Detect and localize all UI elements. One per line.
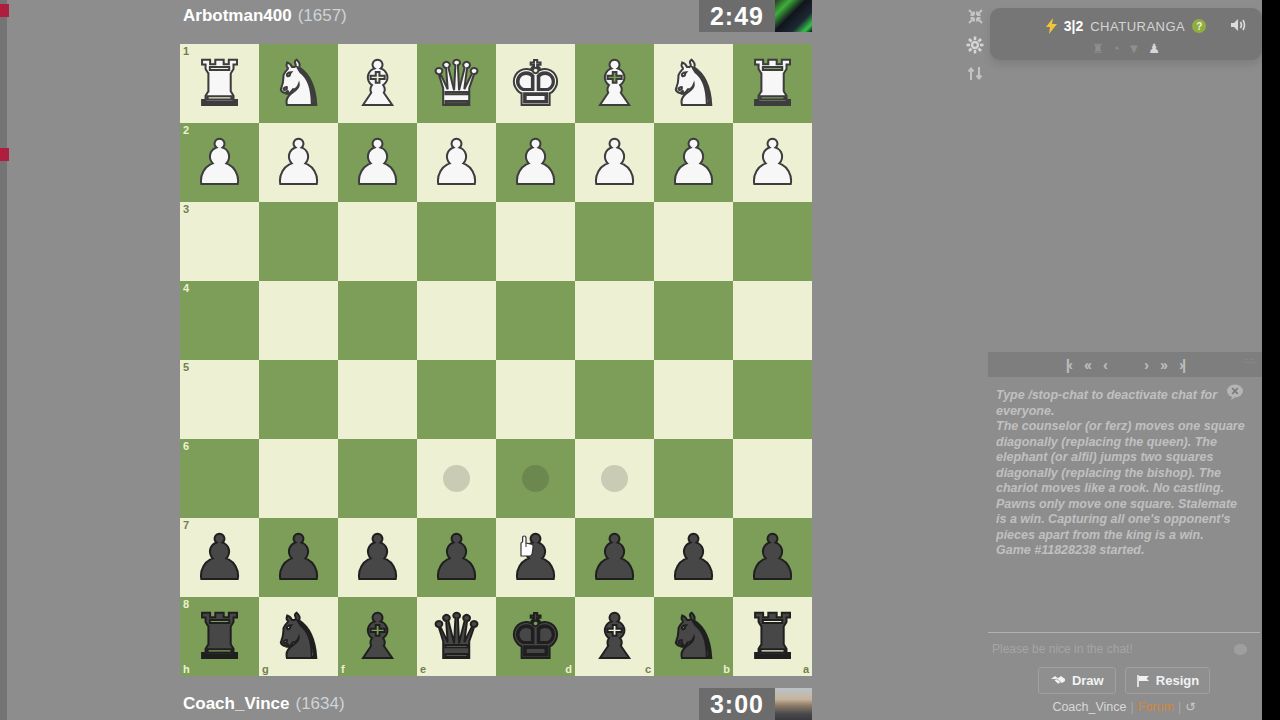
nav-next-button[interactable]: › <box>1142 356 1149 373</box>
square-e7[interactable]: ♟ <box>417 518 496 597</box>
nav-last-button[interactable]: ›| <box>1177 356 1186 373</box>
square-c2[interactable]: ♟ <box>575 123 654 202</box>
rank-label: 3 <box>183 203 189 215</box>
square-b1[interactable]: ♞ <box>654 44 733 123</box>
square-a2[interactable]: ♟ <box>733 123 812 202</box>
action-button-row: Draw Resign <box>988 667 1260 694</box>
square-a3[interactable] <box>733 202 812 281</box>
black-knight[interactable]: ♞ <box>259 597 338 676</box>
square-f5[interactable] <box>338 360 417 439</box>
black-elephant[interactable]: ♝ <box>338 597 417 676</box>
black-pawn[interactable]: ♟ <box>338 518 417 597</box>
square-h7[interactable]: 7♟ <box>180 518 259 597</box>
separator: | <box>1174 700 1185 714</box>
square-f3[interactable] <box>338 202 417 281</box>
square-f8[interactable]: f♝ <box>338 597 417 676</box>
clock-icon[interactable]: ◔ <box>1112 41 1120 56</box>
filter-icon[interactable]: ▼ <box>1127 41 1140 56</box>
square-a1[interactable]: ♜ <box>733 44 812 123</box>
white-elephant[interactable]: ♝ <box>338 44 417 123</box>
square-a4[interactable] <box>733 281 812 360</box>
move-hint-e6[interactable] <box>443 465 470 492</box>
left-edge-strip <box>0 0 7 720</box>
square-c1[interactable]: ♝ <box>575 44 654 123</box>
variant-name: CHATURANGA <box>1090 19 1185 34</box>
square-d1[interactable]: ♚ <box>496 44 575 123</box>
square-b3[interactable] <box>654 202 733 281</box>
white-pawn[interactable]: ♟ <box>575 123 654 202</box>
refresh-icon[interactable]: ↺ <box>1185 700 1195 714</box>
square-c7[interactable]: ♟ <box>575 518 654 597</box>
square-h4[interactable]: 4 <box>180 281 259 360</box>
draw-button-label: Draw <box>1072 673 1104 688</box>
square-e6[interactable] <box>417 439 496 518</box>
black-knight[interactable]: ♞ <box>654 597 733 676</box>
white-pawn[interactable]: ♟ <box>180 123 259 202</box>
forum-link[interactable]: Forum <box>1138 700 1174 714</box>
chat-divider <box>988 632 1260 633</box>
square-f1[interactable]: ♝ <box>338 44 417 123</box>
square-f4[interactable] <box>338 281 417 360</box>
nav-prev-10-button[interactable]: ‹‹ <box>1082 356 1092 373</box>
bottom-player-name: Coach_Vince <box>183 694 289 714</box>
square-d6[interactable] <box>496 439 575 518</box>
white-pawn[interactable]: ♟ <box>733 123 812 202</box>
square-e4[interactable] <box>417 281 496 360</box>
square-e1[interactable]: ♛ <box>417 44 496 123</box>
footer-player-link[interactable]: Coach_Vince <box>1052 700 1126 714</box>
square-g8[interactable]: g♞ <box>259 597 338 676</box>
side-icon-column <box>964 8 986 82</box>
square-b5[interactable] <box>654 360 733 439</box>
square-c4[interactable] <box>575 281 654 360</box>
footer-status: Coach_Vince|Forum|↺ <box>988 699 1260 714</box>
square-f6[interactable] <box>338 439 417 518</box>
square-b8[interactable]: b♞ <box>654 597 733 676</box>
white-chariot[interactable]: ♜ <box>180 44 259 123</box>
move-hint-d6[interactable] <box>522 465 549 492</box>
hand-cursor-icon <box>514 534 536 558</box>
bottom-player-rating: (1634) <box>295 694 344 714</box>
black-pawn[interactable]: ♟ <box>654 518 733 597</box>
resign-button[interactable]: Resign <box>1125 667 1210 694</box>
nav-prev-button[interactable]: ‹ <box>1101 356 1108 373</box>
chat-message: Type /stop-chat to deactivate chat for e… <box>996 388 1248 419</box>
white-pawn[interactable]: ♟ <box>417 123 496 202</box>
white-knight[interactable]: ♞ <box>259 44 338 123</box>
white-knight[interactable]: ♞ <box>654 44 733 123</box>
mini-icon-row: ♜◔▼♟ <box>990 41 1262 56</box>
black-pawn[interactable]: ♟ <box>180 518 259 597</box>
move-nav-bar: |‹‹‹‹››››|∴∴ <box>988 352 1262 377</box>
chat-message: Game #11828238 started. <box>996 543 1248 559</box>
black-counselor[interactable]: ♛ <box>417 597 496 676</box>
variant-header: 3|2 CHATURANGA ? ♜◔▼♟ <box>990 8 1262 60</box>
settings-gear-icon[interactable] <box>966 36 984 54</box>
bottom-player-bar: Coach_Vince (1634) 3:00 <box>180 688 812 720</box>
bottom-player-avatar <box>775 688 812 720</box>
square-g2[interactable]: ♟ <box>259 123 338 202</box>
top-player-clock: 2:49 <box>699 0 775 32</box>
square-h5[interactable]: 5 <box>180 360 259 439</box>
black-pawn[interactable]: ♟ <box>417 518 496 597</box>
black-elephant[interactable]: ♝ <box>575 597 654 676</box>
volume-icon[interactable] <box>1231 18 1248 32</box>
square-h2[interactable]: 2♟ <box>180 123 259 202</box>
square-d2[interactable]: ♟ <box>496 123 575 202</box>
drag-handle-icon[interactable]: ∴∴ <box>1244 359 1256 364</box>
white-elephant[interactable]: ♝ <box>575 44 654 123</box>
flag-icon <box>1136 674 1150 688</box>
square-h6[interactable]: 6 <box>180 439 259 518</box>
board-icon[interactable]: ♜ <box>1092 41 1104 56</box>
right-letterbox <box>1262 0 1280 720</box>
square-c8[interactable]: c♝ <box>575 597 654 676</box>
handshake-icon <box>1050 675 1066 687</box>
board[interactable]: 1♜♞♝♛♚♝♞♜2♟♟♟♟♟♟♟♟34567♟♟♟♟♟♟♟♟8h♜g♞f♝e♛… <box>180 44 812 676</box>
square-b4[interactable] <box>654 281 733 360</box>
square-b6[interactable] <box>654 439 733 518</box>
chat-message-list: Type /stop-chat to deactivate chat for e… <box>996 388 1248 632</box>
help-icon[interactable]: ? <box>1192 19 1206 33</box>
bottom-player-clock: 3:00 <box>699 688 775 720</box>
square-g1[interactable]: ♞ <box>259 44 338 123</box>
separator: | <box>1127 700 1138 714</box>
time-control: 3|2 <box>1064 18 1084 34</box>
white-pawn[interactable]: ♟ <box>338 123 417 202</box>
square-d5[interactable] <box>496 360 575 439</box>
left-edge-marker <box>0 4 9 17</box>
black-king[interactable]: ♚ <box>496 597 575 676</box>
black-pawn[interactable]: ♟ <box>575 518 654 597</box>
nav-next-10-button[interactable]: ›› <box>1158 356 1168 373</box>
nav-first-button[interactable]: |‹ <box>1064 356 1073 373</box>
black-pawn[interactable]: ♟ <box>259 518 338 597</box>
top-player-name: Arbotman400 <box>183 6 292 26</box>
left-edge-marker <box>0 148 9 161</box>
square-h8[interactable]: 8h♜ <box>180 597 259 676</box>
white-king[interactable]: ♚ <box>496 44 575 123</box>
top-player-bar: Arbotman400 (1657) 2:49 <box>180 0 812 32</box>
flip-board-icon[interactable] <box>967 65 983 82</box>
emoji-icon[interactable] <box>1234 644 1247 655</box>
square-f2[interactable]: ♟ <box>338 123 417 202</box>
square-g5[interactable] <box>259 360 338 439</box>
square-e2[interactable]: ♟ <box>417 123 496 202</box>
square-c3[interactable] <box>575 202 654 281</box>
square-h3[interactable]: 3 <box>180 202 259 281</box>
square-e8[interactable]: e♛ <box>417 597 496 676</box>
square-d8[interactable]: d♚ <box>496 597 575 676</box>
square-d3[interactable] <box>496 202 575 281</box>
square-g6[interactable] <box>259 439 338 518</box>
black-chariot[interactable]: ♜ <box>733 597 812 676</box>
pawn-icon[interactable]: ♟ <box>1148 41 1160 56</box>
white-pawn[interactable]: ♟ <box>496 123 575 202</box>
white-pawn[interactable]: ♟ <box>654 123 733 202</box>
square-d4[interactable] <box>496 281 575 360</box>
square-a7[interactable]: ♟ <box>733 518 812 597</box>
top-player-rating: (1657) <box>298 6 347 26</box>
square-h1[interactable]: 1♜ <box>180 44 259 123</box>
chat-input[interactable] <box>992 638 1232 660</box>
top-player-avatar <box>775 0 812 32</box>
square-a8[interactable]: a♜ <box>733 597 812 676</box>
rank-label: 5 <box>183 361 189 373</box>
square-f7[interactable]: ♟ <box>338 518 417 597</box>
square-b7[interactable]: ♟ <box>654 518 733 597</box>
fullscreen-icon[interactable] <box>967 8 984 25</box>
square-g3[interactable] <box>259 202 338 281</box>
white-counselor[interactable]: ♛ <box>417 44 496 123</box>
chat-message: The counselor (or ferz) moves one square… <box>996 419 1248 543</box>
rank-label: 4 <box>183 282 189 294</box>
square-a5[interactable] <box>733 360 812 439</box>
square-e3[interactable] <box>417 202 496 281</box>
draw-button[interactable]: Draw <box>1038 667 1116 694</box>
white-pawn[interactable]: ♟ <box>259 123 338 202</box>
square-c6[interactable] <box>575 439 654 518</box>
square-a6[interactable] <box>733 439 812 518</box>
square-b2[interactable]: ♟ <box>654 123 733 202</box>
resign-button-label: Resign <box>1156 673 1199 688</box>
black-pawn[interactable]: ♟ <box>733 518 812 597</box>
lightning-icon <box>1046 18 1057 34</box>
move-hint-c6[interactable] <box>601 465 628 492</box>
black-chariot[interactable]: ♜ <box>180 597 259 676</box>
square-e5[interactable] <box>417 360 496 439</box>
square-g4[interactable] <box>259 281 338 360</box>
square-g7[interactable]: ♟ <box>259 518 338 597</box>
white-chariot[interactable]: ♜ <box>733 44 812 123</box>
square-c5[interactable] <box>575 360 654 439</box>
rank-label: 6 <box>183 440 189 452</box>
